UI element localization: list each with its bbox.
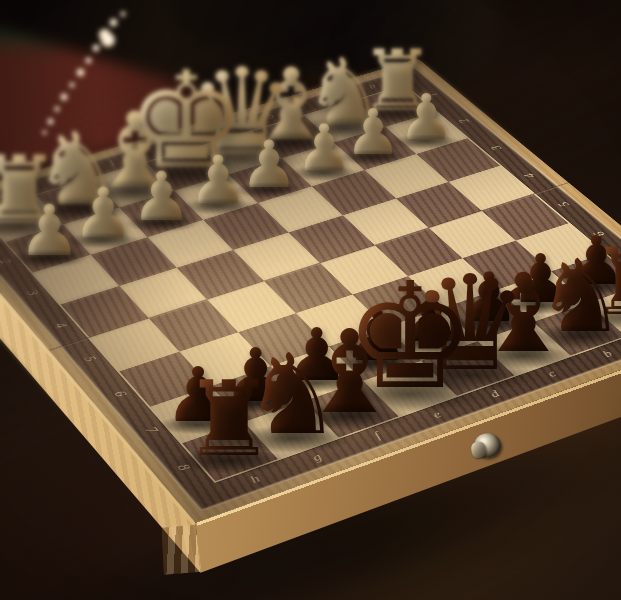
piece-black-rook: ♜ bbox=[182, 368, 275, 472]
chess-photo-stage: hgfedcba hgfedcba 12345678 12345678 ♜♞♝♛… bbox=[0, 0, 621, 600]
piece-white-pawn: ♟ bbox=[18, 196, 81, 266]
piece-white-pawn: ♟ bbox=[295, 116, 353, 180]
piece-white-pawn: ♟ bbox=[398, 85, 455, 148]
latch-clasp bbox=[469, 428, 510, 464]
finger-joints bbox=[162, 525, 202, 575]
piece-white-pawn: ♟ bbox=[131, 163, 192, 231]
piece-white-pawn: ♟ bbox=[72, 179, 134, 248]
piece-white-pawn: ♟ bbox=[188, 147, 248, 214]
piece-white-pawn: ♟ bbox=[240, 131, 299, 196]
